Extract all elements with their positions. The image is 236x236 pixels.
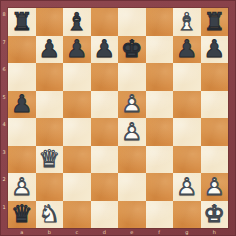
rank-label-1: 1 [0,201,8,229]
square-a2[interactable]: ♟♙ [8,173,36,201]
square-b2[interactable] [36,173,64,201]
square-g7[interactable]: ♟ [173,36,201,64]
black-bishop-glyph: ♝ [63,8,90,35]
square-c2[interactable] [63,173,91,201]
chess-board: 87654321 abcdefgh ♜♝♝♗♜♟♟♟♚♟♟♟♟♙♟♙♛♕♟♙♟♙… [0,0,236,236]
square-b6[interactable] [36,63,64,91]
board-grid: ♜♝♝♗♜♟♟♟♚♟♟♟♟♙♟♙♛♕♟♙♟♙♟♙♛♞♘♚♔ [8,8,228,228]
white-pawn-detail-glyph: ♙ [173,173,200,200]
file-label-b: b [36,228,64,236]
square-g8[interactable]: ♝♗ [173,8,201,36]
square-g5[interactable] [173,91,201,119]
square-g4[interactable] [173,118,201,146]
rank-label-7: 7 [0,36,8,64]
square-d3[interactable] [91,146,119,174]
square-a3[interactable] [8,146,36,174]
black-queen-glyph: ♛ [8,201,35,228]
square-c3[interactable] [63,146,91,174]
rank-label-3: 3 [0,146,8,174]
file-label-a: a [8,228,36,236]
square-a4[interactable] [8,118,36,146]
piece-black-queen-a1[interactable]: ♛ [8,201,35,228]
square-f2[interactable] [146,173,174,201]
rank-label-2: 2 [0,173,8,201]
square-g1[interactable] [173,201,201,229]
square-b3[interactable]: ♛♕ [36,146,64,174]
square-a8[interactable]: ♜ [8,8,36,36]
piece-white-knight-b1[interactable]: ♞♘ [36,201,63,228]
square-a6[interactable] [8,63,36,91]
square-f1[interactable] [146,201,174,229]
white-knight-detail-glyph: ♘ [36,201,63,228]
black-rook-glyph: ♜ [201,8,228,35]
piece-white-pawn-a2[interactable]: ♟♙ [8,173,35,200]
piece-white-pawn-e5[interactable]: ♟♙ [118,91,145,118]
square-b1[interactable]: ♞♘ [36,201,64,229]
file-label-e: e [118,228,146,236]
black-pawn-glyph: ♟ [36,36,63,63]
square-c4[interactable] [63,118,91,146]
square-e3[interactable] [118,146,146,174]
square-e1[interactable] [118,201,146,229]
square-e6[interactable] [118,63,146,91]
square-h2[interactable]: ♟♙ [201,173,229,201]
black-pawn-glyph: ♟ [201,36,228,63]
black-rook-glyph: ♜ [8,8,35,35]
rank-label-8: 8 [0,8,8,36]
square-g2[interactable]: ♟♙ [173,173,201,201]
rank-coordinates: 87654321 [0,8,8,228]
white-queen-detail-glyph: ♕ [36,146,63,173]
square-b4[interactable] [36,118,64,146]
square-d8[interactable] [91,8,119,36]
square-b7[interactable]: ♟ [36,36,64,64]
piece-black-rook-h8[interactable]: ♜ [201,8,228,35]
white-king-detail-glyph: ♔ [201,201,228,228]
black-pawn-glyph: ♟ [91,36,118,63]
square-f6[interactable] [146,63,174,91]
piece-black-rook-a8[interactable]: ♜ [8,8,35,35]
file-coordinates: abcdefgh [8,228,228,236]
square-h1[interactable]: ♚♔ [201,201,229,229]
square-g3[interactable] [173,146,201,174]
piece-black-pawn-b7[interactable]: ♟ [36,36,63,63]
rank-label-6: 6 [0,63,8,91]
square-d1[interactable] [91,201,119,229]
square-c7[interactable]: ♟ [63,36,91,64]
file-label-g: g [173,228,201,236]
square-c5[interactable] [63,91,91,119]
white-pawn-detail-glyph: ♙ [118,118,145,145]
square-f5[interactable] [146,91,174,119]
square-d6[interactable] [91,63,119,91]
square-f3[interactable] [146,146,174,174]
white-pawn-detail-glyph: ♙ [201,173,228,200]
square-h5[interactable] [201,91,229,119]
square-e8[interactable] [118,8,146,36]
square-h8[interactable]: ♜ [201,8,229,36]
piece-black-pawn-a5[interactable]: ♟ [8,91,35,118]
square-h6[interactable] [201,63,229,91]
piece-white-queen-b3[interactable]: ♛♕ [36,146,63,173]
square-d5[interactable] [91,91,119,119]
piece-black-bishop-c8[interactable]: ♝ [63,8,90,35]
file-label-f: f [146,228,174,236]
square-g6[interactable] [173,63,201,91]
square-e4[interactable]: ♟♙ [118,118,146,146]
file-label-c: c [63,228,91,236]
square-d7[interactable]: ♟ [91,36,119,64]
square-e7[interactable]: ♚ [118,36,146,64]
square-b5[interactable] [36,91,64,119]
file-label-h: h [201,228,229,236]
piece-white-pawn-h2[interactable]: ♟♙ [201,173,228,200]
black-pawn-glyph: ♟ [8,91,35,118]
square-c8[interactable]: ♝ [63,8,91,36]
square-c1[interactable] [63,201,91,229]
piece-black-pawn-g7[interactable]: ♟ [173,36,200,63]
rank-label-4: 4 [0,118,8,146]
square-d2[interactable] [91,173,119,201]
square-a7[interactable] [8,36,36,64]
square-c6[interactable] [63,63,91,91]
square-f4[interactable] [146,118,174,146]
square-e5[interactable]: ♟♙ [118,91,146,119]
square-d4[interactable] [91,118,119,146]
black-pawn-glyph: ♟ [63,36,90,63]
black-king-glyph: ♚ [118,36,145,63]
piece-white-pawn-e4[interactable]: ♟♙ [118,118,145,145]
square-b8[interactable] [36,8,64,36]
square-f8[interactable] [146,8,174,36]
piece-black-pawn-c7[interactable]: ♟ [63,36,90,63]
square-h7[interactable]: ♟ [201,36,229,64]
square-e2[interactable] [118,173,146,201]
white-bishop-detail-glyph: ♗ [173,8,200,35]
piece-black-king-e7[interactable]: ♚ [118,36,145,63]
piece-white-bishop-g8[interactable]: ♝♗ [173,8,200,35]
white-pawn-detail-glyph: ♙ [118,91,145,118]
piece-white-pawn-g2[interactable]: ♟♙ [173,173,200,200]
rank-label-5: 5 [0,91,8,119]
piece-black-pawn-h7[interactable]: ♟ [201,36,228,63]
piece-black-pawn-d7[interactable]: ♟ [91,36,118,63]
piece-white-king-h1[interactable]: ♚♔ [201,201,228,228]
file-label-d: d [91,228,119,236]
square-a1[interactable]: ♛ [8,201,36,229]
white-pawn-detail-glyph: ♙ [8,173,35,200]
black-pawn-glyph: ♟ [173,36,200,63]
square-h3[interactable] [201,146,229,174]
square-f7[interactable] [146,36,174,64]
square-a5[interactable]: ♟ [8,91,36,119]
square-h4[interactable] [201,118,229,146]
